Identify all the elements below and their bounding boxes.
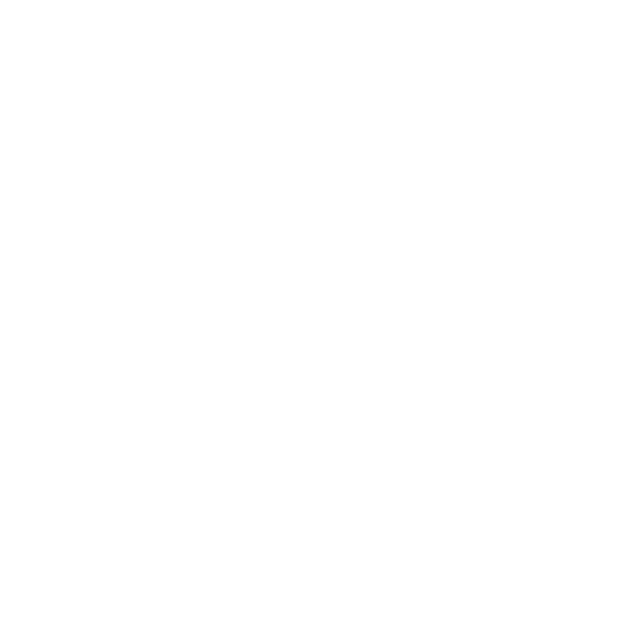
chess-pieces-layer <box>0 0 640 640</box>
chess-set-product-collage <box>0 0 640 640</box>
